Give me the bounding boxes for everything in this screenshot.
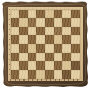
board-square bbox=[28, 10, 37, 19]
board-square bbox=[11, 10, 20, 19]
board-square bbox=[36, 53, 45, 62]
board-square bbox=[45, 10, 54, 19]
board-square bbox=[28, 27, 37, 36]
board-square bbox=[71, 70, 80, 79]
board-square bbox=[19, 44, 28, 53]
board-square bbox=[28, 70, 37, 79]
board-square bbox=[71, 27, 80, 36]
board-square bbox=[11, 70, 20, 79]
board-square bbox=[71, 35, 80, 44]
board-square bbox=[11, 53, 20, 62]
board-square bbox=[28, 18, 37, 27]
board-square bbox=[62, 53, 71, 62]
board-square bbox=[45, 44, 54, 53]
board-square bbox=[19, 10, 28, 19]
chessboard bbox=[11, 10, 80, 79]
board-square bbox=[54, 18, 63, 27]
board-square bbox=[54, 44, 63, 53]
board-square bbox=[36, 70, 45, 79]
board-square bbox=[28, 53, 37, 62]
board-square bbox=[36, 61, 45, 70]
board-square bbox=[62, 10, 71, 19]
board-square bbox=[19, 18, 28, 27]
board-square bbox=[19, 61, 28, 70]
board-square bbox=[45, 61, 54, 70]
board-square bbox=[71, 18, 80, 27]
board-square bbox=[54, 61, 63, 70]
board-square bbox=[62, 27, 71, 36]
board-square bbox=[71, 53, 80, 62]
board-square bbox=[45, 70, 54, 79]
product-photo bbox=[0, 0, 90, 90]
board-square bbox=[62, 61, 71, 70]
board-square bbox=[71, 10, 80, 19]
board-square bbox=[54, 35, 63, 44]
board-square bbox=[36, 27, 45, 36]
board-square bbox=[62, 35, 71, 44]
board-square bbox=[54, 27, 63, 36]
board-square bbox=[71, 61, 80, 70]
board-square bbox=[54, 53, 63, 62]
board-square bbox=[62, 70, 71, 79]
board-square bbox=[45, 18, 54, 27]
board-square bbox=[19, 27, 28, 36]
board-square bbox=[28, 61, 37, 70]
board-square bbox=[45, 53, 54, 62]
board-square bbox=[54, 10, 63, 19]
board-square bbox=[45, 35, 54, 44]
board-square bbox=[62, 44, 71, 53]
board-square bbox=[28, 44, 37, 53]
board-square bbox=[11, 44, 20, 53]
board-square bbox=[28, 35, 37, 44]
board-square bbox=[36, 44, 45, 53]
board-square bbox=[19, 35, 28, 44]
board-square bbox=[19, 53, 28, 62]
board-square bbox=[71, 44, 80, 53]
board-square bbox=[36, 35, 45, 44]
board-square bbox=[36, 10, 45, 19]
board-square bbox=[45, 27, 54, 36]
board-square bbox=[54, 70, 63, 79]
board-square bbox=[62, 18, 71, 27]
board-square bbox=[36, 18, 45, 27]
board-square bbox=[11, 61, 20, 70]
board-square bbox=[19, 70, 28, 79]
board-square bbox=[11, 35, 20, 44]
board-square bbox=[11, 27, 20, 36]
board-square bbox=[11, 18, 20, 27]
